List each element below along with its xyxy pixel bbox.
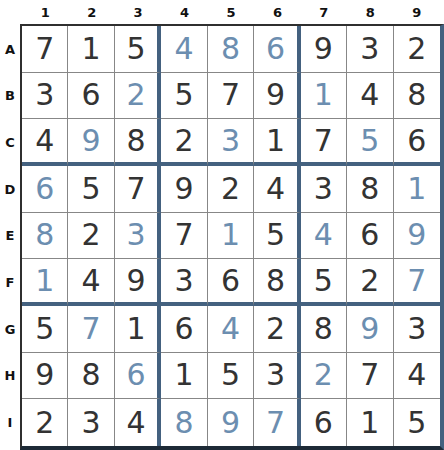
cell-H1[interactable]: 9: [22, 353, 68, 400]
cell-E1[interactable]: 8: [22, 213, 68, 260]
row-label-I: I: [0, 399, 20, 446]
cell-C3[interactable]: 8: [115, 119, 161, 166]
cell-C8[interactable]: 5: [347, 119, 393, 166]
cell-A2[interactable]: 1: [68, 26, 114, 73]
cell-I6[interactable]: 7: [254, 399, 300, 446]
cell-D9[interactable]: 1: [394, 166, 440, 213]
column-label-6: 6: [254, 2, 300, 22]
column-label-5: 5: [208, 2, 254, 22]
cell-G8[interactable]: 9: [347, 306, 393, 353]
cell-B7[interactable]: 1: [301, 73, 347, 120]
row-label-A: A: [0, 26, 20, 73]
cell-G4[interactable]: 6: [161, 306, 207, 353]
cell-E9[interactable]: 9: [394, 213, 440, 260]
column-label-9: 9: [394, 2, 440, 22]
cell-E3[interactable]: 3: [115, 213, 161, 260]
cell-F8[interactable]: 2: [347, 259, 393, 306]
cell-H9[interactable]: 4: [394, 353, 440, 400]
row-labels: ABCDEFGHI: [0, 26, 20, 446]
cell-F3[interactable]: 9: [115, 259, 161, 306]
cell-A7[interactable]: 9: [301, 26, 347, 73]
cell-H6[interactable]: 3: [254, 353, 300, 400]
cell-B5[interactable]: 7: [208, 73, 254, 120]
cell-B6[interactable]: 9: [254, 73, 300, 120]
cell-D2[interactable]: 5: [68, 166, 114, 213]
cell-F4[interactable]: 3: [161, 259, 207, 306]
cell-A1[interactable]: 7: [22, 26, 68, 73]
cell-I2[interactable]: 3: [68, 399, 114, 446]
row-label-D: D: [0, 166, 20, 213]
cell-G5[interactable]: 4: [208, 306, 254, 353]
sudoku-puzzle: 123456789 ABCDEFGHI 71548693236257914849…: [0, 0, 444, 450]
cell-F5[interactable]: 6: [208, 259, 254, 306]
cell-D4[interactable]: 9: [161, 166, 207, 213]
cell-I9[interactable]: 5: [394, 399, 440, 446]
cell-I5[interactable]: 9: [208, 399, 254, 446]
cell-B1[interactable]: 3: [22, 73, 68, 120]
cell-B9[interactable]: 8: [394, 73, 440, 120]
cell-G2[interactable]: 7: [68, 306, 114, 353]
cell-D8[interactable]: 8: [347, 166, 393, 213]
sudoku-board: 7154869323625791484982317566579243818237…: [20, 24, 444, 450]
row-label-E: E: [0, 213, 20, 260]
row-label-G: G: [0, 306, 20, 353]
cell-C7[interactable]: 7: [301, 119, 347, 166]
cell-F6[interactable]: 8: [254, 259, 300, 306]
row-label-B: B: [0, 73, 20, 120]
cell-C1[interactable]: 4: [22, 119, 68, 166]
cell-B4[interactable]: 5: [161, 73, 207, 120]
cell-H4[interactable]: 1: [161, 353, 207, 400]
cell-D6[interactable]: 4: [254, 166, 300, 213]
cell-I1[interactable]: 2: [22, 399, 68, 446]
cell-E5[interactable]: 1: [208, 213, 254, 260]
cell-H3[interactable]: 6: [115, 353, 161, 400]
cell-A8[interactable]: 3: [347, 26, 393, 73]
column-label-1: 1: [22, 2, 68, 22]
cell-H2[interactable]: 8: [68, 353, 114, 400]
cell-A5[interactable]: 8: [208, 26, 254, 73]
column-label-2: 2: [68, 2, 114, 22]
cell-E6[interactable]: 5: [254, 213, 300, 260]
cell-G3[interactable]: 1: [115, 306, 161, 353]
cell-H5[interactable]: 5: [208, 353, 254, 400]
cell-E8[interactable]: 6: [347, 213, 393, 260]
cell-F1[interactable]: 1: [22, 259, 68, 306]
cell-G1[interactable]: 5: [22, 306, 68, 353]
cell-I4[interactable]: 8: [161, 399, 207, 446]
cell-E4[interactable]: 7: [161, 213, 207, 260]
cell-I8[interactable]: 1: [347, 399, 393, 446]
column-label-8: 8: [347, 2, 393, 22]
cell-F9[interactable]: 7: [394, 259, 440, 306]
cell-A6[interactable]: 6: [254, 26, 300, 73]
cell-D1[interactable]: 6: [22, 166, 68, 213]
cell-F7[interactable]: 5: [301, 259, 347, 306]
row-label-C: C: [0, 119, 20, 166]
cell-I3[interactable]: 4: [115, 399, 161, 446]
cell-G9[interactable]: 3: [394, 306, 440, 353]
cell-D5[interactable]: 2: [208, 166, 254, 213]
cell-D3[interactable]: 7: [115, 166, 161, 213]
cell-E7[interactable]: 4: [301, 213, 347, 260]
cell-C2[interactable]: 9: [68, 119, 114, 166]
cell-B8[interactable]: 4: [347, 73, 393, 120]
cell-H8[interactable]: 7: [347, 353, 393, 400]
cell-B3[interactable]: 2: [115, 73, 161, 120]
cell-E2[interactable]: 2: [68, 213, 114, 260]
column-labels: 123456789: [22, 2, 440, 22]
cell-A9[interactable]: 2: [394, 26, 440, 73]
cell-C6[interactable]: 1: [254, 119, 300, 166]
cell-G7[interactable]: 8: [301, 306, 347, 353]
row-label-H: H: [0, 353, 20, 400]
cell-I7[interactable]: 6: [301, 399, 347, 446]
cell-D7[interactable]: 3: [301, 166, 347, 213]
column-label-7: 7: [301, 2, 347, 22]
cell-A4[interactable]: 4: [161, 26, 207, 73]
cell-A3[interactable]: 5: [115, 26, 161, 73]
row-label-F: F: [0, 259, 20, 306]
cell-G6[interactable]: 2: [254, 306, 300, 353]
cell-F2[interactable]: 4: [68, 259, 114, 306]
cell-B2[interactable]: 6: [68, 73, 114, 120]
cell-H7[interactable]: 2: [301, 353, 347, 400]
column-label-4: 4: [161, 2, 207, 22]
column-label-3: 3: [115, 2, 161, 22]
cell-C4[interactable]: 2: [161, 119, 207, 166]
cell-C9[interactable]: 6: [394, 119, 440, 166]
cell-C5[interactable]: 3: [208, 119, 254, 166]
